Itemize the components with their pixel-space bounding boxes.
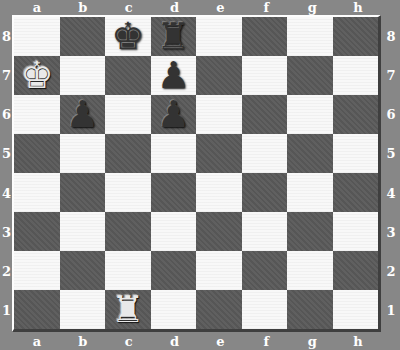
square-a3[interactable] xyxy=(14,212,60,251)
rank-label-1: 1 xyxy=(382,291,400,330)
black-king-piece[interactable]: ♚ xyxy=(111,18,144,55)
square-h3[interactable] xyxy=(333,212,379,251)
square-d7[interactable]: ♟ xyxy=(151,56,197,95)
square-g2[interactable] xyxy=(287,251,333,290)
square-e5[interactable] xyxy=(196,134,242,173)
rank-label-6: 6 xyxy=(382,95,400,134)
square-f2[interactable] xyxy=(242,251,288,290)
square-f4[interactable] xyxy=(242,173,288,212)
file-label-e: e xyxy=(198,0,244,15)
file-label-h: h xyxy=(335,332,381,350)
file-label-f: f xyxy=(243,0,289,15)
square-b2[interactable] xyxy=(60,251,106,290)
square-c3[interactable] xyxy=(105,212,151,251)
file-label-b: b xyxy=(60,0,106,15)
square-h5[interactable] xyxy=(333,134,379,173)
square-h8[interactable] xyxy=(333,17,379,56)
square-f8[interactable] xyxy=(242,17,288,56)
square-f1[interactable] xyxy=(242,290,288,329)
white-king-piece[interactable]: ♚ xyxy=(20,57,53,94)
square-h6[interactable] xyxy=(333,95,379,134)
file-labels-bottom: abcdefgh xyxy=(14,332,381,350)
square-g1[interactable] xyxy=(287,290,333,329)
square-c2[interactable] xyxy=(105,251,151,290)
square-e6[interactable] xyxy=(196,95,242,134)
square-c1[interactable]: ♜ xyxy=(105,290,151,329)
square-c4[interactable] xyxy=(105,173,151,212)
square-e1[interactable] xyxy=(196,290,242,329)
square-d2[interactable] xyxy=(151,251,197,290)
square-g8[interactable] xyxy=(287,17,333,56)
rank-labels-right: 87654321 xyxy=(382,17,400,330)
file-label-b: b xyxy=(60,332,106,350)
square-b4[interactable] xyxy=(60,173,106,212)
square-h7[interactable] xyxy=(333,56,379,95)
square-c5[interactable] xyxy=(105,134,151,173)
square-a8[interactable] xyxy=(14,17,60,56)
square-b1[interactable] xyxy=(60,290,106,329)
square-e3[interactable] xyxy=(196,212,242,251)
file-label-e: e xyxy=(198,332,244,350)
square-e4[interactable] xyxy=(196,173,242,212)
square-e7[interactable] xyxy=(196,56,242,95)
square-b5[interactable] xyxy=(60,134,106,173)
square-e8[interactable] xyxy=(196,17,242,56)
rank-label-2: 2 xyxy=(382,252,400,291)
square-g4[interactable] xyxy=(287,173,333,212)
square-a1[interactable] xyxy=(14,290,60,329)
file-label-c: c xyxy=(106,332,152,350)
square-f7[interactable] xyxy=(242,56,288,95)
square-b3[interactable] xyxy=(60,212,106,251)
square-d6[interactable]: ♟ xyxy=(151,95,197,134)
square-g6[interactable] xyxy=(287,95,333,134)
square-d3[interactable] xyxy=(151,212,197,251)
square-a7[interactable]: ♚ xyxy=(14,56,60,95)
square-f6[interactable] xyxy=(242,95,288,134)
file-label-d: d xyxy=(152,332,198,350)
square-g5[interactable] xyxy=(287,134,333,173)
file-label-f: f xyxy=(243,332,289,350)
file-label-c: c xyxy=(106,0,152,15)
chess-diagram-window: abcdefgh abcdefgh 87654321 87654321 ♚♜♚♟… xyxy=(0,0,400,350)
file-label-g: g xyxy=(289,332,335,350)
square-g3[interactable] xyxy=(287,212,333,251)
rank-label-5: 5 xyxy=(382,134,400,173)
rank-label-4: 4 xyxy=(382,174,400,213)
rank-label-7: 7 xyxy=(382,56,400,95)
square-f5[interactable] xyxy=(242,134,288,173)
square-d4[interactable] xyxy=(151,173,197,212)
black-rook-piece[interactable]: ♜ xyxy=(157,18,190,55)
chess-board: ♚♜♚♟♟♟♜ xyxy=(12,15,381,332)
black-pawn-piece[interactable]: ♟ xyxy=(66,96,99,133)
file-label-h: h xyxy=(335,0,381,15)
square-d5[interactable] xyxy=(151,134,197,173)
square-c6[interactable] xyxy=(105,95,151,134)
square-a5[interactable] xyxy=(14,134,60,173)
rank-label-3: 3 xyxy=(382,213,400,252)
square-h1[interactable] xyxy=(333,290,379,329)
file-label-g: g xyxy=(289,0,335,15)
square-d1[interactable] xyxy=(151,290,197,329)
black-pawn-piece[interactable]: ♟ xyxy=(157,57,190,94)
rank-label-8: 8 xyxy=(382,17,400,56)
square-h2[interactable] xyxy=(333,251,379,290)
square-b6[interactable]: ♟ xyxy=(60,95,106,134)
file-label-a: a xyxy=(14,332,60,350)
square-c7[interactable] xyxy=(105,56,151,95)
square-a2[interactable] xyxy=(14,251,60,290)
square-a6[interactable] xyxy=(14,95,60,134)
white-rook-piece[interactable]: ♜ xyxy=(111,291,144,328)
square-c8[interactable]: ♚ xyxy=(105,17,151,56)
square-h4[interactable] xyxy=(333,173,379,212)
file-label-a: a xyxy=(14,0,60,15)
black-pawn-piece[interactable]: ♟ xyxy=(157,96,190,133)
square-e2[interactable] xyxy=(196,251,242,290)
square-d8[interactable]: ♜ xyxy=(151,17,197,56)
file-labels-top: abcdefgh xyxy=(14,0,381,15)
square-a4[interactable] xyxy=(14,173,60,212)
square-b7[interactable] xyxy=(60,56,106,95)
square-g7[interactable] xyxy=(287,56,333,95)
square-f3[interactable] xyxy=(242,212,288,251)
square-b8[interactable] xyxy=(60,17,106,56)
file-label-d: d xyxy=(152,0,198,15)
